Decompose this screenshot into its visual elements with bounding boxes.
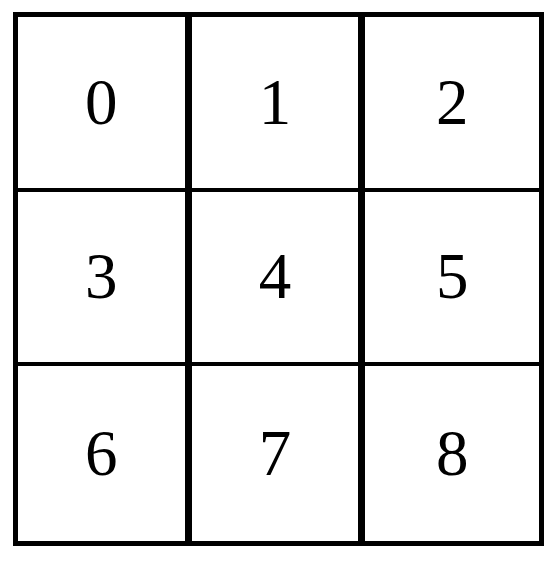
cell-r2c1[interactable]: 7 — [192, 366, 366, 541]
cell-r1c0[interactable]: 3 — [18, 192, 192, 367]
cell-r2c2[interactable]: 8 — [365, 366, 539, 541]
cell-r2c0[interactable]: 6 — [18, 366, 192, 541]
page: 0 1 2 3 4 5 6 7 8 — [0, 0, 559, 561]
cell-r1c1[interactable]: 4 — [192, 192, 366, 367]
board: 0 1 2 3 4 5 6 7 8 — [13, 12, 544, 546]
cell-r0c1[interactable]: 1 — [192, 17, 366, 192]
cell-r1c2[interactable]: 5 — [365, 192, 539, 367]
cell-r0c2[interactable]: 2 — [365, 17, 539, 192]
cell-r0c0[interactable]: 0 — [18, 17, 192, 192]
